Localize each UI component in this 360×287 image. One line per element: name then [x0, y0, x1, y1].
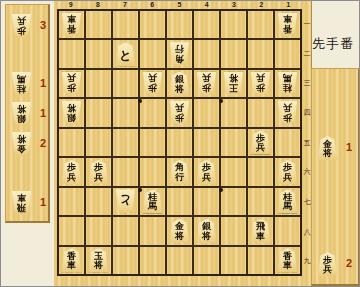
board-cell-5-2[interactable]: 角行 — [167, 40, 192, 67]
rank-label-4: 四 — [303, 98, 311, 128]
board-cell-3-7[interactable] — [221, 188, 246, 215]
board-cell-9-8[interactable] — [59, 217, 84, 244]
board-cell-2-5[interactable]: 歩兵 — [248, 129, 273, 156]
board-cell-3-5[interactable] — [221, 129, 246, 156]
board-cell-6-7[interactable]: 桂馬 — [140, 188, 165, 215]
board-cell-8-2[interactable] — [86, 40, 111, 67]
board-cell-2-2[interactable] — [248, 40, 273, 67]
hand-count: 1 — [342, 141, 356, 153]
board-cell-5-5[interactable] — [167, 129, 192, 156]
rank-label-5: 五 — [303, 128, 311, 158]
shogi-piece-gote-銀将[interactable]: 銀将 — [61, 101, 82, 125]
board-cell-1-2[interactable] — [275, 40, 300, 67]
piece-kanji: 桂馬 — [283, 193, 292, 212]
board-cell-4-1[interactable] — [194, 11, 219, 38]
board-cell-7-1[interactable] — [113, 11, 138, 38]
board-cell-6-5[interactable] — [140, 129, 165, 156]
board-cell-7-7[interactable]: と — [113, 188, 138, 215]
board-cell-3-9[interactable] — [221, 247, 246, 274]
file-label-8: 8 — [84, 1, 111, 9]
board-cell-9-9[interactable]: 香車 — [59, 247, 84, 274]
rank-label-8: 八 — [303, 217, 311, 247]
board-cell-3-4[interactable] — [221, 99, 246, 126]
board-cell-9-7[interactable] — [59, 188, 84, 215]
board-cell-2-4[interactable] — [248, 99, 273, 126]
board-cell-6-4[interactable] — [140, 99, 165, 126]
shogi-piece-sente-桂馬[interactable]: 桂馬 — [142, 189, 163, 213]
gote-hand-slot-金将: 金将2 — [6, 132, 48, 156]
shogi-piece-sente-歩兵[interactable]: 歩兵 — [250, 130, 271, 154]
rank-label-9: 九 — [303, 246, 311, 276]
board-cell-7-6[interactable] — [113, 158, 138, 185]
piece-kanji: 飛車 — [17, 193, 26, 212]
shogi-piece-gote-歩兵[interactable]: 歩兵 — [61, 72, 82, 96]
piece-kanji: 銀将 — [67, 103, 76, 122]
shogi-piece-gote-桂馬[interactable]: 桂馬 — [277, 72, 298, 96]
board-cell-8-9[interactable]: 玉将 — [86, 247, 111, 274]
board-cell-6-9[interactable] — [140, 247, 165, 274]
board-cell-9-2[interactable] — [59, 40, 84, 67]
file-label-1: 1 — [275, 1, 302, 9]
turn-indicator: 先手番 — [306, 35, 360, 53]
shogi-piece-sente-香車[interactable]: 香車 — [277, 248, 298, 272]
board-cell-5-3[interactable]: 銀将 — [167, 70, 192, 97]
sente-hand-slot-金将: 金将1 — [312, 136, 358, 160]
board-cell-6-6[interactable] — [140, 158, 165, 185]
file-label-9: 9 — [57, 1, 84, 9]
board-cell-5-7[interactable] — [167, 188, 192, 215]
shogi-piece-gote-香車[interactable]: 香車 — [61, 13, 82, 37]
board-cell-8-7[interactable] — [86, 188, 111, 215]
board-cell-4-8[interactable]: 銀将 — [194, 217, 219, 244]
shogi-piece-sente-玉将[interactable]: 玉将 — [88, 248, 109, 272]
piece-kanji: 角行 — [175, 44, 184, 63]
star-point — [219, 188, 223, 192]
shogi-piece-sente-香車[interactable]: 香車 — [61, 248, 82, 272]
shogi-piece-sente-歩兵[interactable]: 歩兵 — [196, 160, 217, 184]
board-cell-1-9[interactable]: 香車 — [275, 247, 300, 274]
shogi-piece-sente-桂馬[interactable]: 桂馬 — [277, 189, 298, 213]
star-point — [138, 188, 142, 192]
hand-count: 2 — [36, 137, 50, 149]
board-cell-7-9[interactable] — [113, 247, 138, 274]
sente-hand-slot-歩兵: 歩兵2 — [312, 252, 358, 276]
piece-kanji: 歩兵 — [256, 134, 265, 153]
file-label-7: 7 — [111, 1, 138, 9]
board-cell-8-5[interactable] — [86, 129, 111, 156]
board-cell-5-1[interactable] — [167, 11, 192, 38]
board-cell-7-4[interactable] — [113, 99, 138, 126]
shogi-piece-gote-と[interactable]: と — [115, 189, 136, 213]
shogi-piece-sente-歩兵[interactable]: 歩兵 — [277, 160, 298, 184]
gote-hand-slot-桂馬: 桂馬1 — [6, 72, 48, 96]
piece-kanji: 歩兵 — [202, 73, 211, 92]
piece-kanji: 歩兵 — [67, 73, 76, 92]
shogi-piece-gote-歩兵[interactable]: 歩兵 — [11, 14, 32, 38]
board-cell-8-6[interactable]: 歩兵 — [86, 158, 111, 185]
board-cell-5-6[interactable]: 角行 — [167, 158, 192, 185]
shogi-piece-gote-香車[interactable]: 香車 — [277, 13, 298, 37]
board-cell-5-9[interactable] — [167, 247, 192, 274]
shogi-piece-sente-金将[interactable]: 金将 — [169, 219, 190, 243]
shogi-piece-gote-金将[interactable]: 金将 — [11, 132, 32, 156]
board-cell-7-5[interactable] — [113, 129, 138, 156]
shogi-piece-sente-金将[interactable]: 金将 — [317, 136, 338, 160]
piece-kanji: 香車 — [283, 14, 292, 33]
piece-kanji: 歩兵 — [67, 163, 76, 182]
board-cell-4-7[interactable] — [194, 188, 219, 215]
board-cell-5-8[interactable]: 金将 — [167, 217, 192, 244]
file-label-3: 3 — [220, 1, 247, 9]
shogi-piece-gote-歩兵[interactable]: 歩兵 — [169, 101, 190, 125]
board-cell-1-7[interactable]: 桂馬 — [275, 188, 300, 215]
piece-kanji: 桂馬 — [148, 193, 157, 212]
piece-kanji: 銀将 — [17, 104, 26, 123]
board-cell-7-3[interactable] — [113, 70, 138, 97]
board-cell-4-3[interactable]: 歩兵 — [194, 70, 219, 97]
piece-kanji: 歩兵 — [323, 256, 332, 275]
board-cell-2-8[interactable]: 飛車 — [248, 217, 273, 244]
rank-label-3: 三 — [303, 68, 311, 98]
board-cell-8-3[interactable] — [86, 70, 111, 97]
hand-count: 1 — [36, 107, 50, 119]
board-cell-3-8[interactable] — [221, 217, 246, 244]
file-label-4: 4 — [193, 1, 220, 9]
board-grid: 香車香車と角行歩兵歩兵銀将歩兵王将歩兵桂馬銀将歩兵歩兵歩兵歩兵歩兵角行歩兵歩兵と… — [57, 9, 302, 276]
board-cell-9-1[interactable]: 香車 — [59, 11, 84, 38]
board-cell-4-5[interactable] — [194, 129, 219, 156]
board-cell-1-5[interactable] — [275, 129, 300, 156]
piece-kanji: 歩兵 — [17, 16, 26, 35]
board-cell-6-1[interactable] — [140, 11, 165, 38]
hand-count: 1 — [36, 77, 50, 89]
file-label-2: 2 — [248, 1, 275, 9]
board-cell-2-9[interactable] — [248, 247, 273, 274]
shogi-piece-gote-歩兵[interactable]: 歩兵 — [277, 101, 298, 125]
board-cell-6-3[interactable]: 歩兵 — [140, 70, 165, 97]
shogi-piece-gote-王将[interactable]: 王将 — [223, 72, 244, 96]
board-cell-5-4[interactable]: 歩兵 — [167, 99, 192, 126]
file-label-5: 5 — [166, 1, 193, 9]
piece-kanji: 香車 — [67, 252, 76, 271]
piece-kanji: 歩兵 — [94, 163, 103, 182]
shogi-piece-gote-銀将[interactable]: 銀将 — [11, 102, 32, 126]
piece-kanji: 王将 — [229, 73, 238, 92]
piece-kanji: 金将 — [323, 140, 332, 159]
board-cell-9-5[interactable] — [59, 129, 84, 156]
board-cell-4-9[interactable] — [194, 247, 219, 274]
piece-kanji: と — [119, 49, 131, 62]
board-cell-1-4[interactable]: 歩兵 — [275, 99, 300, 126]
piece-kanji: 歩兵 — [283, 103, 292, 122]
piece-kanji: 角行 — [175, 163, 184, 182]
board-cell-1-1[interactable]: 香車 — [275, 11, 300, 38]
hand-count: 2 — [342, 257, 356, 269]
board-cell-7-2[interactable]: と — [113, 40, 138, 67]
board-cell-1-6[interactable]: 歩兵 — [275, 158, 300, 185]
sente-captured-tray: 金将1歩兵2 — [311, 68, 360, 286]
piece-kanji: 香車 — [283, 252, 292, 271]
file-labels: 987654321 — [57, 1, 302, 9]
star-point — [138, 99, 142, 103]
board-cell-4-4[interactable] — [194, 99, 219, 126]
shogi-piece-sente-と[interactable]: と — [115, 42, 136, 66]
shogi-piece-gote-桂馬[interactable]: 桂馬 — [11, 72, 32, 96]
shogi-piece-gote-飛車[interactable]: 飛車 — [11, 191, 32, 215]
shogi-piece-gote-歩兵[interactable]: 歩兵 — [196, 72, 217, 96]
board-cell-6-8[interactable] — [140, 217, 165, 244]
shogi-piece-sente-角行[interactable]: 角行 — [169, 160, 190, 184]
board-cell-2-3[interactable]: 歩兵 — [248, 70, 273, 97]
rank-label-7: 七 — [303, 187, 311, 217]
piece-kanji: と — [119, 194, 131, 207]
board-cell-9-3[interactable]: 歩兵 — [59, 70, 84, 97]
shogi-piece-gote-歩兵[interactable]: 歩兵 — [142, 72, 163, 96]
board-cell-9-4[interactable]: 銀将 — [59, 99, 84, 126]
gote-captured-tray: 歩兵3桂馬1銀将1金将2飛車1 — [5, 4, 50, 223]
shogi-piece-sente-飛車[interactable]: 飛車 — [250, 219, 271, 243]
piece-kanji: 香車 — [67, 14, 76, 33]
board-cell-4-2[interactable] — [194, 40, 219, 67]
board-cell-2-7[interactable] — [248, 188, 273, 215]
star-point — [219, 99, 223, 103]
board-cell-1-3[interactable]: 桂馬 — [275, 70, 300, 97]
piece-kanji: 歩兵 — [148, 73, 157, 92]
shogi-board: 987654321 一二三四五六七八九 香車香車と角行歩兵歩兵銀将歩兵王将歩兵桂… — [54, 1, 312, 287]
gote-hand-slot-銀将: 銀将1 — [6, 102, 48, 126]
shogi-app-window: 歩兵3桂馬1銀将1金将2飛車1 987654321 一二三四五六七八九 香車香車… — [0, 0, 360, 287]
piece-kanji: 歩兵 — [256, 73, 265, 92]
shogi-piece-sente-歩兵[interactable]: 歩兵 — [88, 160, 109, 184]
gote-hand-slot-歩兵: 歩兵3 — [6, 14, 48, 38]
piece-kanji: 金将 — [17, 134, 26, 153]
piece-kanji: 歩兵 — [175, 103, 184, 122]
hand-count: 1 — [36, 196, 50, 208]
piece-kanji: 歩兵 — [283, 163, 292, 182]
board-cell-7-8[interactable] — [113, 217, 138, 244]
file-label-6: 6 — [139, 1, 166, 9]
piece-kanji: 金将 — [175, 222, 184, 241]
board-cell-8-4[interactable] — [86, 99, 111, 126]
shogi-piece-gote-角行[interactable]: 角行 — [169, 42, 190, 66]
rank-label-6: 六 — [303, 157, 311, 187]
board-cell-9-6[interactable]: 歩兵 — [59, 158, 84, 185]
board-cell-8-8[interactable] — [86, 217, 111, 244]
board-cell-6-2[interactable] — [140, 40, 165, 67]
piece-kanji: 桂馬 — [283, 73, 292, 92]
hand-count: 3 — [36, 19, 50, 31]
shogi-piece-sente-歩兵[interactable]: 歩兵 — [61, 160, 82, 184]
piece-kanji: 玉将 — [94, 252, 103, 271]
board-cell-1-8[interactable] — [275, 217, 300, 244]
board-cell-8-1[interactable] — [86, 11, 111, 38]
board-cell-3-6[interactable] — [221, 158, 246, 185]
shogi-piece-gote-歩兵[interactable]: 歩兵 — [250, 72, 271, 96]
gote-hand-slot-飛車: 飛車1 — [6, 191, 48, 215]
shogi-piece-sente-銀将[interactable]: 銀将 — [196, 219, 217, 243]
piece-kanji: 歩兵 — [202, 163, 211, 182]
board-cell-2-1[interactable] — [248, 11, 273, 38]
piece-kanji: 飛車 — [256, 222, 265, 241]
shogi-piece-sente-歩兵[interactable]: 歩兵 — [317, 252, 338, 276]
shogi-piece-sente-銀将[interactable]: 銀将 — [169, 72, 190, 96]
piece-kanji: 桂馬 — [17, 74, 26, 93]
board-cell-3-2[interactable] — [221, 40, 246, 67]
board-cell-4-6[interactable]: 歩兵 — [194, 158, 219, 185]
board-cell-2-6[interactable] — [248, 158, 273, 185]
piece-kanji: 銀将 — [202, 222, 211, 241]
board-cell-3-1[interactable] — [221, 11, 246, 38]
piece-kanji: 銀将 — [175, 75, 184, 94]
board-cell-3-3[interactable]: 王将 — [221, 70, 246, 97]
